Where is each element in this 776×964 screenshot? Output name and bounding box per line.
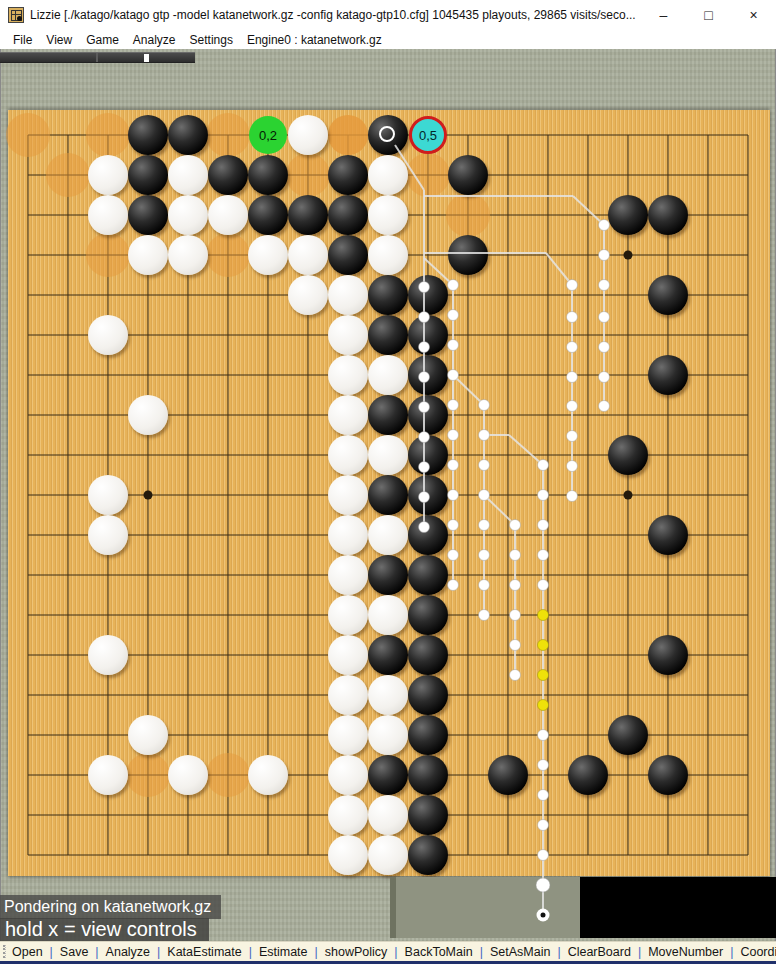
black-stone	[648, 195, 688, 235]
black-stone	[648, 755, 688, 795]
white-stone	[248, 755, 288, 795]
black-stone	[368, 315, 408, 355]
maximize-button[interactable]: □	[686, 0, 731, 30]
toolbar-separator: |	[95, 945, 98, 959]
white-stone	[328, 795, 368, 835]
black-stone	[368, 635, 408, 675]
white-stone	[368, 515, 408, 555]
white-stone	[328, 315, 368, 355]
save-button[interactable]: Save	[59, 945, 90, 959]
candidate-move-ghost[interactable]	[6, 113, 50, 157]
white-stone	[88, 755, 128, 795]
white-stone	[328, 755, 368, 795]
controls-hint-text: hold x = view controls	[0, 918, 209, 942]
window-title: Lizzie [./katago/katago gtp -model katan…	[30, 8, 641, 22]
white-stone	[368, 435, 408, 475]
white-stone	[328, 715, 368, 755]
menu-settings[interactable]: Settings	[183, 33, 240, 47]
white-stone	[368, 795, 408, 835]
black-stone	[408, 355, 448, 395]
open-button[interactable]: Open	[11, 945, 44, 959]
candidate-move-green[interactable]: 0,2	[249, 116, 287, 154]
white-stone	[88, 475, 128, 515]
white-stone	[88, 155, 128, 195]
progress-bar-segment	[96, 53, 98, 62]
black-stone	[128, 155, 168, 195]
white-stone	[368, 235, 408, 275]
white-stone	[88, 315, 128, 355]
white-stone	[368, 675, 408, 715]
white-stone	[168, 235, 208, 275]
showpolicy-button[interactable]: showPolicy	[324, 945, 389, 959]
white-stone	[328, 835, 368, 875]
toolbar-separator: |	[557, 945, 560, 959]
black-stone	[328, 235, 368, 275]
black-stone	[368, 275, 408, 315]
black-stone	[328, 195, 368, 235]
white-stone	[328, 435, 368, 475]
menu-analyze[interactable]: Analyze	[126, 33, 183, 47]
menu-engine[interactable]: Engine0 : katanetwork.gz	[240, 33, 389, 47]
variation-tree-panel[interactable]	[390, 877, 580, 938]
black-stone	[608, 715, 648, 755]
black-stone	[408, 395, 448, 435]
candidate-move-ghost[interactable]	[328, 115, 368, 155]
white-stone	[288, 275, 328, 315]
black-stone	[408, 275, 448, 315]
black-stone	[408, 755, 448, 795]
white-stone	[368, 155, 408, 195]
black-stone	[648, 355, 688, 395]
candidate-move-ghost[interactable]	[286, 153, 330, 197]
black-stone	[368, 555, 408, 595]
bottom-toolbar: Open|Save|Analyze|KataEstimate|Estimate|…	[0, 941, 776, 961]
toolbar-separator: |	[638, 945, 641, 959]
black-stone	[448, 235, 488, 275]
white-stone	[328, 555, 368, 595]
minimize-button[interactable]: –	[641, 0, 686, 30]
black-stone	[648, 515, 688, 555]
toolbar-separator: |	[157, 945, 160, 959]
black-stone	[408, 715, 448, 755]
lizzie-window: Lizzie [./katago/katago gtp -model katan…	[0, 0, 776, 964]
clearboard-button[interactable]: ClearBoard	[567, 945, 632, 959]
menu-game[interactable]: Game	[79, 33, 126, 47]
menu-bar: File View Game Analyze Settings Engine0 …	[0, 30, 776, 49]
star-point	[624, 251, 633, 260]
white-stone	[328, 635, 368, 675]
white-stone	[128, 235, 168, 275]
black-stone	[608, 435, 648, 475]
black-stone	[408, 795, 448, 835]
black-stone	[368, 395, 408, 435]
coordinates-button[interactable]: Coordinates	[739, 945, 776, 959]
candidate-move-ghost[interactable]	[446, 193, 490, 237]
engine-status-text: Pondering on katanetwork.gz	[0, 895, 221, 919]
white-stone	[368, 355, 408, 395]
white-stone	[368, 195, 408, 235]
white-stone	[368, 835, 408, 875]
white-stone	[328, 515, 368, 555]
black-stone	[408, 555, 448, 595]
progress-marker	[144, 54, 149, 62]
white-stone	[168, 155, 208, 195]
backtomain-button[interactable]: BackToMain	[404, 945, 474, 959]
white-stone	[168, 195, 208, 235]
candidate-move-ghost[interactable]	[86, 113, 130, 157]
last-move-marker	[379, 126, 395, 142]
black-stone	[568, 755, 608, 795]
title-bar: Lizzie [./katago/katago gtp -model katan…	[0, 0, 776, 30]
black-stone	[368, 475, 408, 515]
white-stone	[128, 395, 168, 435]
black-stone	[328, 155, 368, 195]
comment-panel	[580, 877, 776, 938]
candidate-move-best[interactable]: 0,5	[409, 116, 447, 154]
black-stone	[208, 155, 248, 195]
white-stone	[168, 755, 208, 795]
toolbar-separator: |	[394, 945, 397, 959]
black-stone	[408, 475, 448, 515]
white-stone	[88, 195, 128, 235]
white-stone	[88, 515, 128, 555]
analyze-button[interactable]: Analyze	[105, 945, 151, 959]
black-stone	[648, 635, 688, 675]
toolbar-separator: |	[249, 945, 252, 959]
white-stone	[328, 675, 368, 715]
tree-panel-edge	[390, 877, 396, 938]
white-stone	[248, 235, 288, 275]
white-stone	[88, 635, 128, 675]
setasmain-button[interactable]: SetAsMain	[489, 945, 551, 959]
black-stone	[408, 835, 448, 875]
black-stone	[168, 115, 208, 155]
black-stone	[128, 195, 168, 235]
black-stone	[408, 435, 448, 475]
menu-view[interactable]: View	[39, 33, 79, 47]
white-stone	[208, 195, 248, 235]
star-point	[144, 491, 153, 500]
candidate-move-ghost[interactable]	[206, 113, 250, 157]
black-stone	[408, 675, 448, 715]
black-stone	[408, 635, 448, 675]
black-stone	[248, 195, 288, 235]
black-stone	[368, 755, 408, 795]
white-stone	[328, 475, 368, 515]
candidate-move-ghost[interactable]	[206, 233, 250, 277]
toolbar-separator: |	[730, 945, 733, 959]
candidate-move-ghost[interactable]	[206, 753, 250, 797]
candidate-move-ghost[interactable]	[86, 233, 130, 277]
candidate-move-ghost[interactable]	[46, 153, 90, 197]
black-stone	[648, 275, 688, 315]
black-stone	[408, 515, 448, 555]
kataestimate-button[interactable]: KataEstimate	[166, 945, 242, 959]
black-stone	[488, 755, 528, 795]
movenumber-button[interactable]: MoveNumber	[647, 945, 724, 959]
close-button[interactable]: ×	[731, 0, 776, 30]
black-stone	[608, 195, 648, 235]
white-stone	[328, 355, 368, 395]
toolbar-separator: |	[315, 945, 318, 959]
black-stone	[448, 155, 488, 195]
lizzie-app-icon	[8, 7, 24, 23]
toolbar-drag-handle[interactable]	[3, 945, 6, 958]
white-stone	[328, 595, 368, 635]
black-stone	[368, 115, 408, 155]
white-stone	[128, 715, 168, 755]
go-board[interactable]: 0,20,5	[8, 110, 770, 876]
star-point	[624, 491, 633, 500]
white-stone	[328, 275, 368, 315]
toolbar-separator: |	[50, 945, 53, 959]
white-stone	[328, 395, 368, 435]
menu-file[interactable]: File	[6, 33, 39, 47]
candidate-move-ghost[interactable]	[406, 153, 450, 197]
black-stone	[408, 315, 448, 355]
winrate-progress-bar	[0, 52, 195, 63]
toolbar-separator: |	[480, 945, 483, 959]
candidate-move-ghost[interactable]	[126, 753, 170, 797]
white-stone	[368, 595, 408, 635]
black-stone	[408, 595, 448, 635]
black-stone	[288, 195, 328, 235]
black-stone	[128, 115, 168, 155]
white-stone	[288, 115, 328, 155]
white-stone	[368, 715, 408, 755]
estimate-button[interactable]: Estimate	[258, 945, 309, 959]
white-stone	[288, 235, 328, 275]
black-stone	[248, 155, 288, 195]
